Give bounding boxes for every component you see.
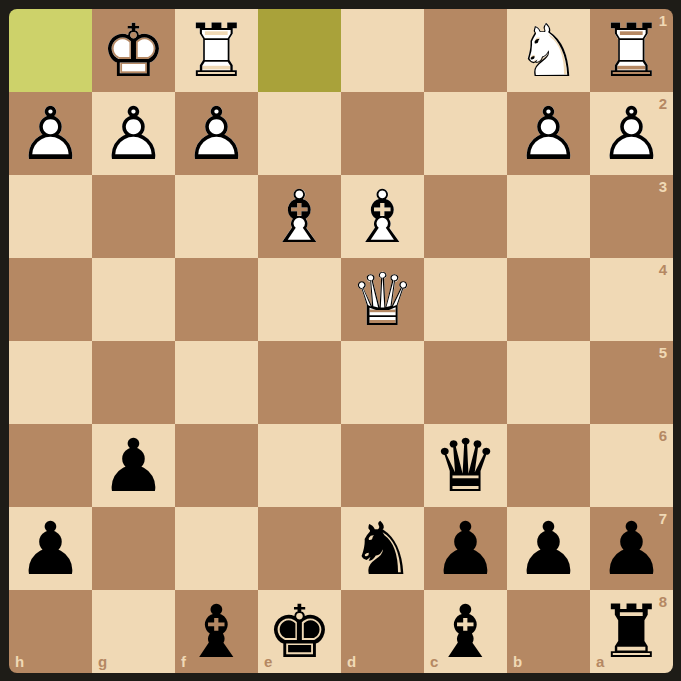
file-label-b: b: [513, 654, 522, 669]
square-a1[interactable]: 1: [590, 9, 673, 92]
white-knight-b1[interactable]: [507, 9, 590, 92]
square-e4[interactable]: [258, 258, 341, 341]
square-a3[interactable]: 3: [590, 175, 673, 258]
square-d8[interactable]: d: [341, 590, 424, 673]
square-h8[interactable]: h: [9, 590, 92, 673]
square-c5[interactable]: [424, 341, 507, 424]
white-queen-d4[interactable]: [341, 258, 424, 341]
file-label-c: c: [430, 654, 438, 669]
file-label-e: e: [264, 654, 272, 669]
square-g3[interactable]: [92, 175, 175, 258]
square-h5[interactable]: [9, 341, 92, 424]
square-b7[interactable]: [507, 507, 590, 590]
square-a8[interactable]: 8a: [590, 590, 673, 673]
rank-label-1: 1: [659, 13, 667, 28]
square-g4[interactable]: [92, 258, 175, 341]
square-d6[interactable]: [341, 424, 424, 507]
black-pawn-b7[interactable]: [507, 507, 590, 590]
white-bishop-e3[interactable]: [258, 175, 341, 258]
black-knight-d7[interactable]: [341, 507, 424, 590]
square-c1[interactable]: [424, 9, 507, 92]
square-e2[interactable]: [258, 92, 341, 175]
square-c6[interactable]: [424, 424, 507, 507]
square-g2[interactable]: [92, 92, 175, 175]
white-bishop-d3[interactable]: [341, 175, 424, 258]
square-e5[interactable]: [258, 341, 341, 424]
black-pawn-h7[interactable]: [9, 507, 92, 590]
file-label-g: g: [98, 654, 107, 669]
square-a6[interactable]: 6: [590, 424, 673, 507]
square-h6[interactable]: [9, 424, 92, 507]
square-f3[interactable]: [175, 175, 258, 258]
square-f1[interactable]: [175, 9, 258, 92]
white-pawn-h2[interactable]: [9, 92, 92, 175]
rank-label-2: 2: [659, 96, 667, 111]
rank-label-7: 7: [659, 511, 667, 526]
square-d2[interactable]: [341, 92, 424, 175]
square-c8[interactable]: c: [424, 590, 507, 673]
square-b5[interactable]: [507, 341, 590, 424]
square-e3[interactable]: [258, 175, 341, 258]
square-a4[interactable]: 4: [590, 258, 673, 341]
rank-label-6: 6: [659, 428, 667, 443]
square-h3[interactable]: [9, 175, 92, 258]
square-g1[interactable]: [92, 9, 175, 92]
square-d4[interactable]: [341, 258, 424, 341]
square-c3[interactable]: [424, 175, 507, 258]
chess-app: 1234567hgfedcb8a: [0, 0, 681, 681]
black-pawn-c7[interactable]: [424, 507, 507, 590]
square-e7[interactable]: [258, 507, 341, 590]
white-pawn-g2[interactable]: [92, 92, 175, 175]
white-pawn-b2[interactable]: [507, 92, 590, 175]
square-d5[interactable]: [341, 341, 424, 424]
square-f7[interactable]: [175, 507, 258, 590]
square-f6[interactable]: [175, 424, 258, 507]
square-g5[interactable]: [92, 341, 175, 424]
square-b8[interactable]: b: [507, 590, 590, 673]
square-c7[interactable]: [424, 507, 507, 590]
square-d1[interactable]: [341, 9, 424, 92]
square-d7[interactable]: [341, 507, 424, 590]
file-label-f: f: [181, 654, 186, 669]
square-a7[interactable]: 7: [590, 507, 673, 590]
square-e8[interactable]: e: [258, 590, 341, 673]
square-b2[interactable]: [507, 92, 590, 175]
square-g7[interactable]: [92, 507, 175, 590]
square-h7[interactable]: [9, 507, 92, 590]
file-label-a: a: [596, 654, 604, 669]
square-d3[interactable]: [341, 175, 424, 258]
square-g6[interactable]: [92, 424, 175, 507]
square-f8[interactable]: f: [175, 590, 258, 673]
file-label-h: h: [15, 654, 24, 669]
square-h4[interactable]: [9, 258, 92, 341]
file-label-d: d: [347, 654, 356, 669]
rank-label-8: 8: [659, 594, 667, 609]
square-a2[interactable]: 2: [590, 92, 673, 175]
square-e1[interactable]: [258, 9, 341, 92]
white-rook-f1[interactable]: [175, 9, 258, 92]
black-bishop-f8[interactable]: [175, 590, 258, 673]
square-a5[interactable]: 5: [590, 341, 673, 424]
square-c4[interactable]: [424, 258, 507, 341]
square-b1[interactable]: [507, 9, 590, 92]
black-pawn-g6[interactable]: [92, 424, 175, 507]
rank-label-3: 3: [659, 179, 667, 194]
square-h1[interactable]: [9, 9, 92, 92]
square-g8[interactable]: g: [92, 590, 175, 673]
square-f2[interactable]: [175, 92, 258, 175]
square-b4[interactable]: [507, 258, 590, 341]
square-f5[interactable]: [175, 341, 258, 424]
square-b3[interactable]: [507, 175, 590, 258]
rank-label-4: 4: [659, 262, 667, 277]
rank-label-5: 5: [659, 345, 667, 360]
square-e6[interactable]: [258, 424, 341, 507]
chess-board: 1234567hgfedcb8a: [9, 9, 673, 673]
white-king-g1[interactable]: [92, 9, 175, 92]
white-pawn-f2[interactable]: [175, 92, 258, 175]
square-h2[interactable]: [9, 92, 92, 175]
square-b6[interactable]: [507, 424, 590, 507]
square-f4[interactable]: [175, 258, 258, 341]
square-c2[interactable]: [424, 92, 507, 175]
black-queen-c6[interactable]: [424, 424, 507, 507]
